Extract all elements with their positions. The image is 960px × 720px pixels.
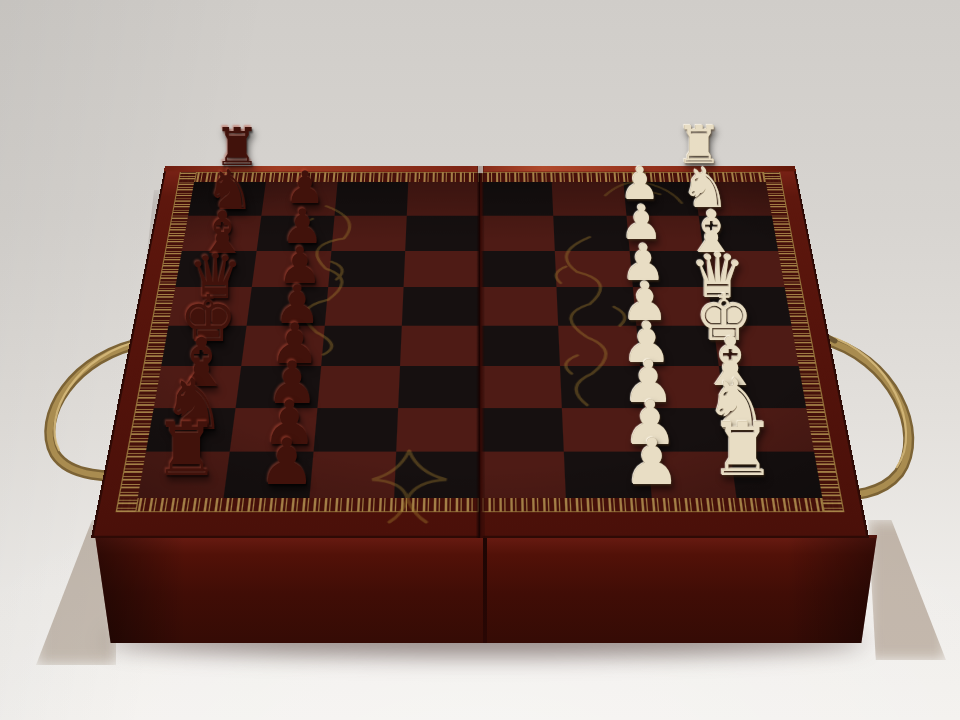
black-pawn[interactable]: ♟ xyxy=(258,430,315,494)
board-square xyxy=(480,326,560,366)
board-square xyxy=(324,287,404,325)
board-square xyxy=(480,215,555,250)
board-square xyxy=(317,366,400,408)
board-square xyxy=(396,408,480,452)
board-square xyxy=(309,452,397,498)
board-square xyxy=(398,366,480,408)
board-square xyxy=(394,452,480,498)
board-square xyxy=(331,215,407,250)
board-square xyxy=(480,287,558,325)
board-square xyxy=(553,215,629,250)
board-square xyxy=(480,251,556,288)
board-square xyxy=(480,366,562,408)
front-shade-left xyxy=(95,535,185,643)
board-square xyxy=(405,215,480,250)
photo-chess-box: ♜♞♝♛♚♝♞♜♟♟♟♟♟♟♟♟♟♟♟♟♟♟♟♟♜♞♝♛♚♝♞♜ xyxy=(0,0,960,720)
board-fold-gap xyxy=(477,166,482,173)
white-rook[interactable]: ♜ xyxy=(710,412,776,486)
board-square xyxy=(313,408,398,452)
board-square xyxy=(407,182,480,216)
board-square xyxy=(402,287,480,325)
front-shade-right xyxy=(787,535,877,643)
board-square xyxy=(480,452,566,498)
box-front-face xyxy=(95,535,877,643)
board-square xyxy=(404,251,480,288)
black-rook[interactable]: ♜ xyxy=(154,412,220,486)
board-square xyxy=(480,182,553,216)
board-square xyxy=(400,326,480,366)
board-square xyxy=(321,326,402,366)
box-front-seam xyxy=(483,535,487,643)
board-square xyxy=(328,251,406,288)
board-square xyxy=(480,408,564,452)
white-pawn[interactable]: ♟ xyxy=(623,430,680,494)
board-square xyxy=(334,182,408,216)
board-square xyxy=(551,182,625,216)
board-fold-seam xyxy=(476,166,485,538)
